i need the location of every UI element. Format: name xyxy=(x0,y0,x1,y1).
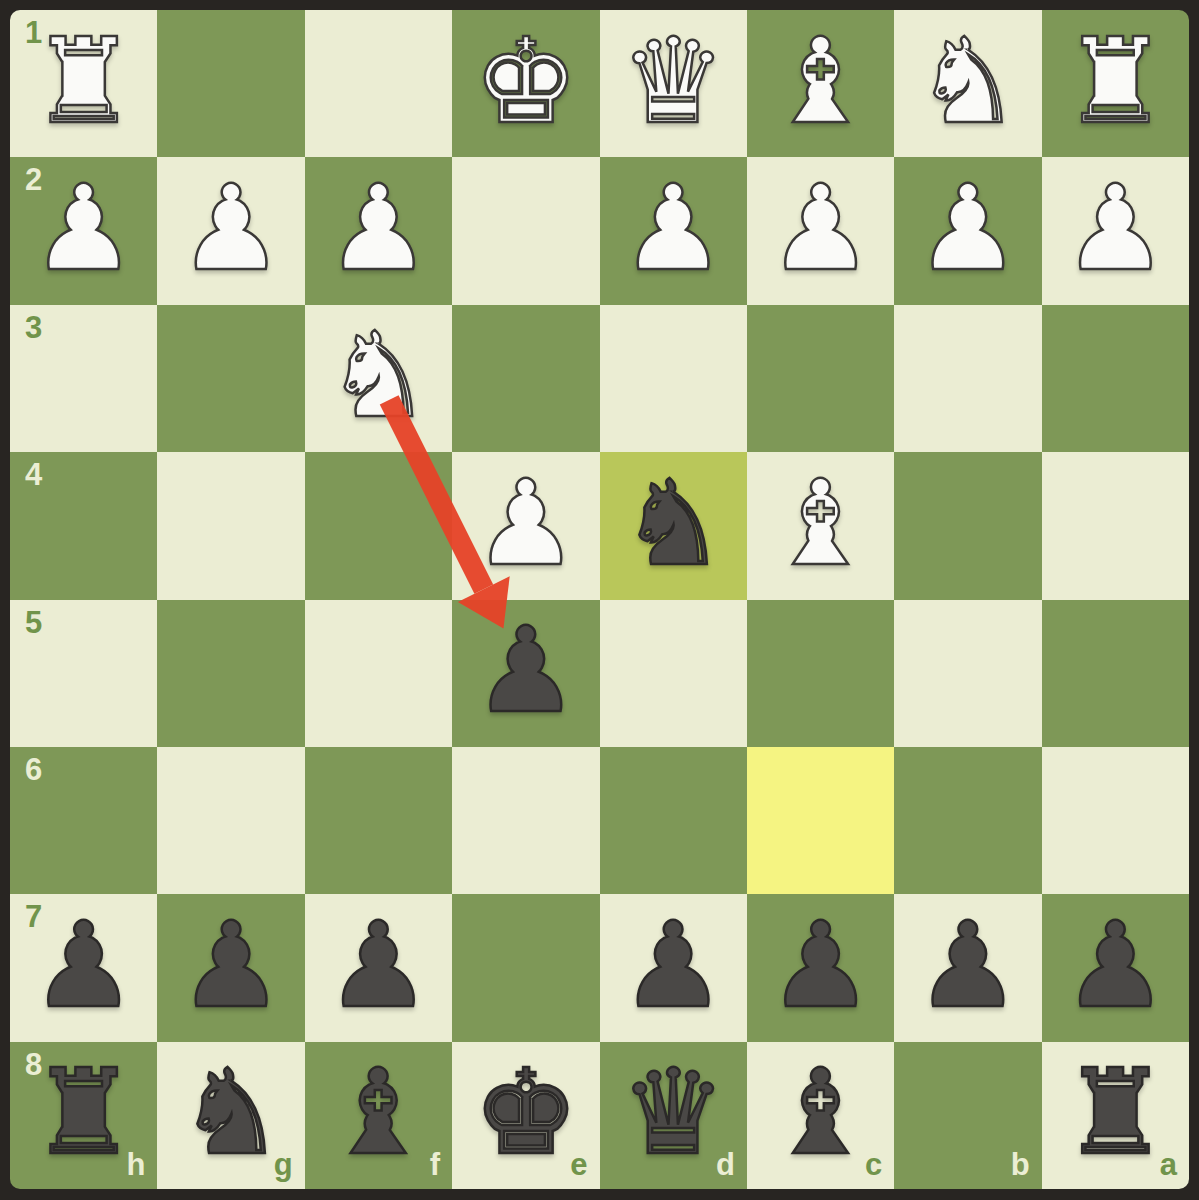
white-pawn-e4[interactable]: ♟ xyxy=(473,464,579,582)
white-pawn-h2[interactable]: ♟ xyxy=(31,169,137,287)
black-pawn-b7[interactable]: ♟ xyxy=(915,906,1021,1024)
square-a3[interactable] xyxy=(1042,305,1189,452)
rank-label-6: 6 xyxy=(25,754,42,785)
white-knight-b1[interactable]: ♞ xyxy=(915,22,1021,140)
square-h3[interactable]: 3 xyxy=(10,305,157,452)
black-rook-a8[interactable]: ♜ xyxy=(1062,1053,1168,1171)
square-g2[interactable]: ♟ xyxy=(157,157,304,304)
black-pawn-f7[interactable]: ♟ xyxy=(326,906,432,1024)
square-a1[interactable]: ♜ xyxy=(1042,10,1189,157)
white-bishop-c1[interactable]: ♝ xyxy=(768,22,874,140)
square-d5[interactable] xyxy=(600,600,747,747)
square-e2[interactable] xyxy=(452,157,599,304)
square-a7[interactable]: ♟ xyxy=(1042,894,1189,1041)
square-f5[interactable] xyxy=(305,600,452,747)
square-d4[interactable]: ♞ xyxy=(600,452,747,599)
white-pawn-a2[interactable]: ♟ xyxy=(1062,169,1168,287)
square-d3[interactable] xyxy=(600,305,747,452)
square-h6[interactable]: 6 xyxy=(10,747,157,894)
white-pawn-b2[interactable]: ♟ xyxy=(915,169,1021,287)
square-a6[interactable] xyxy=(1042,747,1189,894)
square-c5[interactable] xyxy=(747,600,894,747)
white-pawn-d2[interactable]: ♟ xyxy=(620,169,726,287)
square-d2[interactable]: ♟ xyxy=(600,157,747,304)
white-rook-h1[interactable]: ♜ xyxy=(31,22,137,140)
square-f2[interactable]: ♟ xyxy=(305,157,452,304)
white-pawn-c2[interactable]: ♟ xyxy=(768,169,874,287)
black-rook-h8[interactable]: ♜ xyxy=(31,1053,137,1171)
square-c4[interactable]: ♝ xyxy=(747,452,894,599)
black-pawn-h7[interactable]: ♟ xyxy=(31,906,137,1024)
square-g1[interactable] xyxy=(157,10,304,157)
square-g8[interactable]: g♞ xyxy=(157,1042,304,1189)
square-h2[interactable]: 2♟ xyxy=(10,157,157,304)
square-b3[interactable] xyxy=(894,305,1041,452)
square-f7[interactable]: ♟ xyxy=(305,894,452,1041)
black-knight-g8[interactable]: ♞ xyxy=(178,1053,284,1171)
file-label-f: f xyxy=(430,1149,440,1180)
white-bishop-c4[interactable]: ♝ xyxy=(768,464,874,582)
square-f1[interactable] xyxy=(305,10,452,157)
square-b4[interactable] xyxy=(894,452,1041,599)
square-c1[interactable]: ♝ xyxy=(747,10,894,157)
square-g6[interactable] xyxy=(157,747,304,894)
square-b7[interactable]: ♟ xyxy=(894,894,1041,1041)
square-h7[interactable]: 7♟ xyxy=(10,894,157,1041)
square-d7[interactable]: ♟ xyxy=(600,894,747,1041)
square-f6[interactable] xyxy=(305,747,452,894)
rank-label-4: 4 xyxy=(25,459,42,490)
white-rook-a1[interactable]: ♜ xyxy=(1062,22,1168,140)
square-f8[interactable]: f♝ xyxy=(305,1042,452,1189)
square-b6[interactable] xyxy=(894,747,1041,894)
white-knight-f3[interactable]: ♞ xyxy=(326,316,432,434)
square-g5[interactable] xyxy=(157,600,304,747)
chess-board: 1♜♚♛♝♞♜2♟♟♟♟♟♟♟3♞4♟♞♝5♟67♟♟♟♟♟♟♟8h♜g♞f♝e… xyxy=(10,10,1189,1189)
square-e6[interactable] xyxy=(452,747,599,894)
white-pawn-f2[interactable]: ♟ xyxy=(326,169,432,287)
square-c2[interactable]: ♟ xyxy=(747,157,894,304)
square-g7[interactable]: ♟ xyxy=(157,894,304,1041)
black-bishop-f8[interactable]: ♝ xyxy=(326,1053,432,1171)
square-e7[interactable] xyxy=(452,894,599,1041)
black-pawn-c7[interactable]: ♟ xyxy=(768,906,874,1024)
black-king-e8[interactable]: ♚ xyxy=(473,1053,579,1171)
square-c6[interactable] xyxy=(747,747,894,894)
black-pawn-a7[interactable]: ♟ xyxy=(1062,906,1168,1024)
square-e5[interactable]: ♟ xyxy=(452,600,599,747)
square-e4[interactable]: ♟ xyxy=(452,452,599,599)
white-king-e1[interactable]: ♚ xyxy=(473,22,579,140)
square-b1[interactable]: ♞ xyxy=(894,10,1041,157)
square-h1[interactable]: 1♜ xyxy=(10,10,157,157)
square-b8[interactable]: b xyxy=(894,1042,1041,1189)
black-bishop-c8[interactable]: ♝ xyxy=(768,1053,874,1171)
square-b5[interactable] xyxy=(894,600,1041,747)
square-c7[interactable]: ♟ xyxy=(747,894,894,1041)
black-pawn-d7[interactable]: ♟ xyxy=(620,906,726,1024)
square-e8[interactable]: e♚ xyxy=(452,1042,599,1189)
square-h5[interactable]: 5 xyxy=(10,600,157,747)
square-a5[interactable] xyxy=(1042,600,1189,747)
square-e1[interactable]: ♚ xyxy=(452,10,599,157)
square-a8[interactable]: a♜ xyxy=(1042,1042,1189,1189)
square-d6[interactable] xyxy=(600,747,747,894)
square-a4[interactable] xyxy=(1042,452,1189,599)
square-h8[interactable]: 8h♜ xyxy=(10,1042,157,1189)
square-c3[interactable] xyxy=(747,305,894,452)
square-d1[interactable]: ♛ xyxy=(600,10,747,157)
black-pawn-g7[interactable]: ♟ xyxy=(178,906,284,1024)
chess-app-background: 1♜♚♛♝♞♜2♟♟♟♟♟♟♟3♞4♟♞♝5♟67♟♟♟♟♟♟♟8h♜g♞f♝e… xyxy=(0,0,1199,1200)
square-f4[interactable] xyxy=(305,452,452,599)
square-a2[interactable]: ♟ xyxy=(1042,157,1189,304)
square-h4[interactable]: 4 xyxy=(10,452,157,599)
square-c8[interactable]: c♝ xyxy=(747,1042,894,1189)
square-d8[interactable]: d♛ xyxy=(600,1042,747,1189)
square-b2[interactable]: ♟ xyxy=(894,157,1041,304)
white-queen-d1[interactable]: ♛ xyxy=(620,22,726,140)
square-e3[interactable] xyxy=(452,305,599,452)
rank-label-5: 5 xyxy=(25,607,42,638)
black-pawn-e5[interactable]: ♟ xyxy=(473,611,579,729)
rank-label-3: 3 xyxy=(25,312,42,343)
square-g3[interactable] xyxy=(157,305,304,452)
white-pawn-g2[interactable]: ♟ xyxy=(178,169,284,287)
square-g4[interactable] xyxy=(157,452,304,599)
black-queen-d8[interactable]: ♛ xyxy=(620,1053,726,1171)
black-knight-d4[interactable]: ♞ xyxy=(620,464,726,582)
file-label-b: b xyxy=(1011,1149,1030,1180)
square-f3[interactable]: ♞ xyxy=(305,305,452,452)
